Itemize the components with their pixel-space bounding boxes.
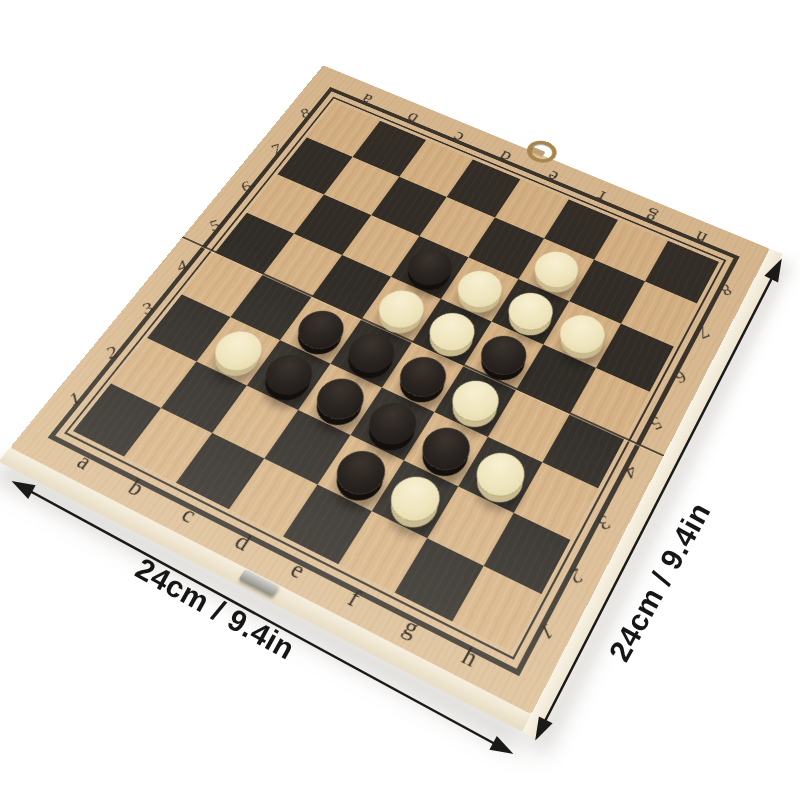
arrowhead-icon [491,738,510,752]
product-photo-scene: aabbccddeeffgghh1122334455667788 24cm / … [0,0,800,800]
arrowhead-icon [15,483,34,497]
